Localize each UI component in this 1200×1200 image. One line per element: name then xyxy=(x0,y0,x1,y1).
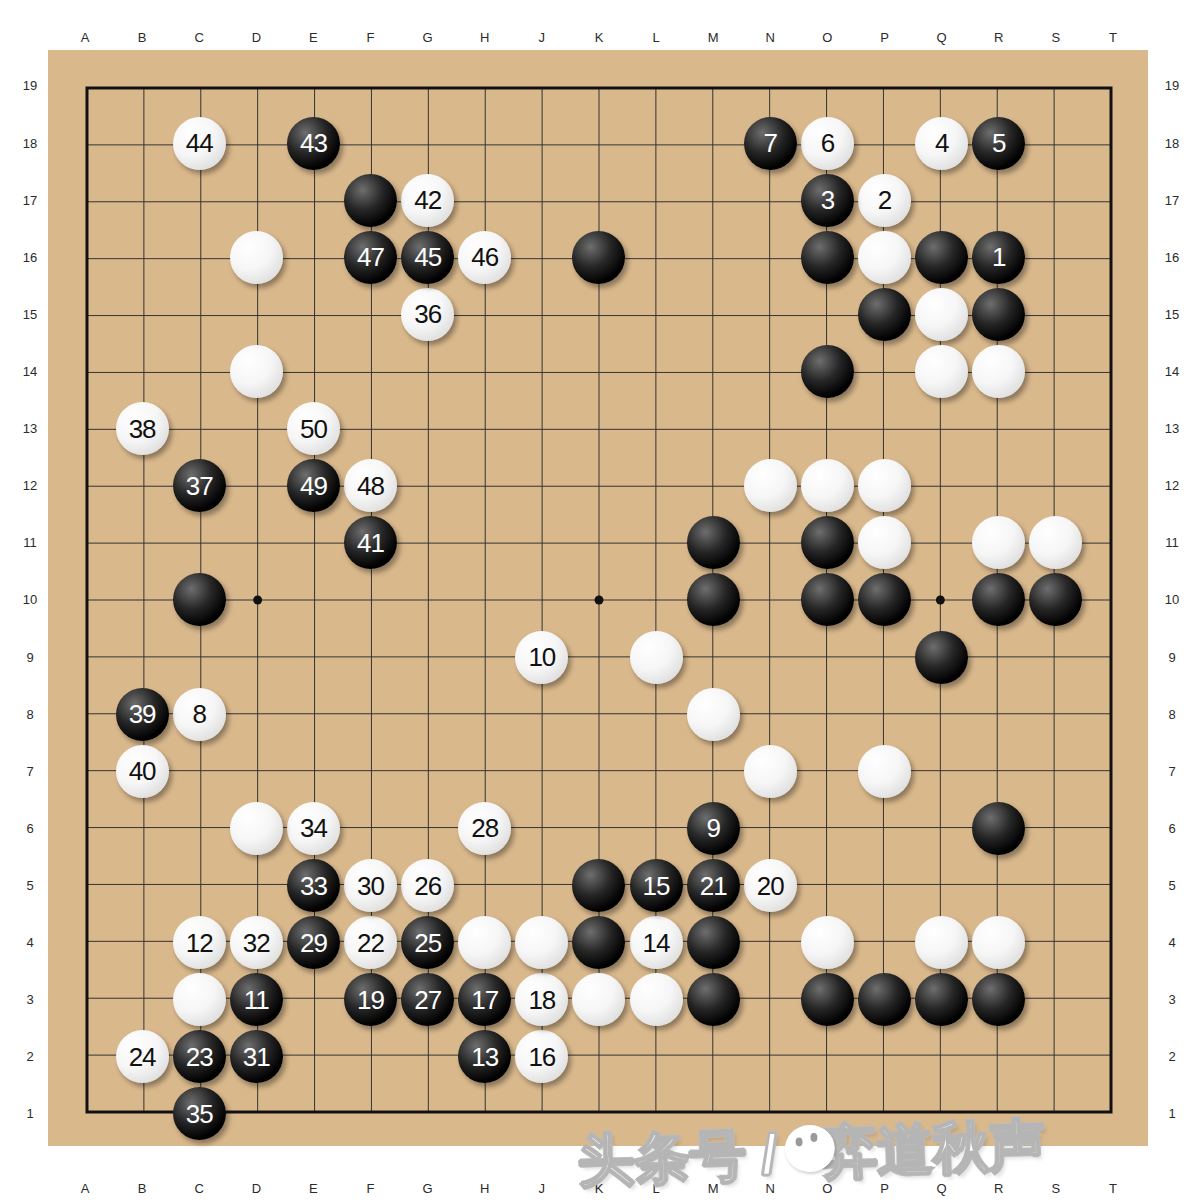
col-label-bottom-H: H xyxy=(456,1175,513,1200)
stone-R16-move-1: 1 xyxy=(972,231,1025,284)
row-label-right-4: 4 xyxy=(1150,914,1194,971)
stone-Q4 xyxy=(915,916,968,969)
stone-E5-move-33: 33 xyxy=(287,859,340,912)
row-label-left-13: 13 xyxy=(8,400,52,457)
col-label-top-G: G xyxy=(399,24,456,52)
stone-B8-move-39: 39 xyxy=(116,688,169,741)
stone-M8 xyxy=(687,688,740,741)
col-label-top-A: A xyxy=(56,24,113,52)
col-label-top-T: T xyxy=(1084,24,1141,52)
stone-M3 xyxy=(687,973,740,1026)
stone-H4 xyxy=(458,916,511,969)
row-label-left-1: 1 xyxy=(8,1085,52,1142)
stone-M11 xyxy=(687,516,740,569)
row-label-left-18: 18 xyxy=(8,115,52,172)
stones-layer: 1234567891011121314151617181920212223242… xyxy=(56,57,1141,1142)
stone-M4 xyxy=(687,916,740,969)
row-label-left-8: 8 xyxy=(8,686,52,743)
col-label-top-P: P xyxy=(856,24,913,52)
row-label-left-3: 3 xyxy=(8,971,52,1028)
stone-G16-move-45: 45 xyxy=(401,231,454,284)
row-label-right-19: 19 xyxy=(1150,57,1194,114)
stone-B2-move-24: 24 xyxy=(116,1030,169,1083)
row-label-right-6: 6 xyxy=(1150,800,1194,857)
stone-O3 xyxy=(801,973,854,1026)
stone-N12 xyxy=(744,459,797,512)
col-label-bottom-C: C xyxy=(171,1175,228,1200)
stone-C4-move-12: 12 xyxy=(173,916,226,969)
col-label-top-J: J xyxy=(513,24,570,52)
stone-Q14 xyxy=(915,345,968,398)
col-label-top-H: H xyxy=(456,24,513,52)
stone-O4 xyxy=(801,916,854,969)
stone-H6-move-28: 28 xyxy=(458,802,511,855)
row-label-left-10: 10 xyxy=(8,571,52,628)
stone-F17 xyxy=(344,174,397,227)
stone-C8-move-8: 8 xyxy=(173,688,226,741)
col-label-top-N: N xyxy=(742,24,799,52)
row-label-left-12: 12 xyxy=(8,457,52,514)
stone-F4-move-22: 22 xyxy=(344,916,397,969)
stone-G15-move-36: 36 xyxy=(401,288,454,341)
stone-O12 xyxy=(801,459,854,512)
stone-G17-move-42: 42 xyxy=(401,174,454,227)
go-diagram-page: 1234567891011121314151617181920212223242… xyxy=(0,0,1200,1200)
col-label-top-B: B xyxy=(114,24,171,52)
stone-D16 xyxy=(230,231,283,284)
stone-L4-move-14: 14 xyxy=(630,916,683,969)
stone-J9-move-10: 10 xyxy=(515,631,568,684)
stone-Q3 xyxy=(915,973,968,1026)
col-label-top-M: M xyxy=(685,24,742,52)
row-label-left-7: 7 xyxy=(8,743,52,800)
col-label-top-E: E xyxy=(285,24,342,52)
stone-E6-move-34: 34 xyxy=(287,802,340,855)
stone-P16 xyxy=(858,231,911,284)
stone-L9 xyxy=(630,631,683,684)
stone-F3-move-19: 19 xyxy=(344,973,397,1026)
stone-H2-move-13: 13 xyxy=(458,1030,511,1083)
col-label-top-O: O xyxy=(799,24,856,52)
stone-Q18-move-4: 4 xyxy=(915,117,968,170)
stone-K16 xyxy=(572,231,625,284)
row-label-left-5: 5 xyxy=(8,857,52,914)
watermark-text-right: 弈道秋声 xyxy=(820,1108,1047,1192)
stone-P15 xyxy=(858,288,911,341)
stone-H16-move-46: 46 xyxy=(458,231,511,284)
stone-C2-move-23: 23 xyxy=(173,1030,226,1083)
stone-B7-move-40: 40 xyxy=(116,745,169,798)
stone-O11 xyxy=(801,516,854,569)
stone-E4-move-29: 29 xyxy=(287,916,340,969)
stone-O18-move-6: 6 xyxy=(801,117,854,170)
stone-R14 xyxy=(972,345,1025,398)
stone-J4 xyxy=(515,916,568,969)
stone-E18-move-43: 43 xyxy=(287,117,340,170)
row-label-left-14: 14 xyxy=(8,343,52,400)
stone-F11-move-41: 41 xyxy=(344,516,397,569)
row-label-right-16: 16 xyxy=(1150,229,1194,286)
stone-Q9 xyxy=(915,631,968,684)
stone-G5-move-26: 26 xyxy=(401,859,454,912)
stone-E12-move-49: 49 xyxy=(287,459,340,512)
stone-D3-move-11: 11 xyxy=(230,973,283,1026)
row-label-left-9: 9 xyxy=(8,629,52,686)
col-label-top-R: R xyxy=(970,24,1027,52)
stone-D4-move-32: 32 xyxy=(230,916,283,969)
row-label-right-7: 7 xyxy=(1150,743,1194,800)
stone-M6-move-9: 9 xyxy=(687,802,740,855)
stone-R10 xyxy=(972,573,1025,626)
row-label-right-8: 8 xyxy=(1150,686,1194,743)
watermark: 头条号 / 弈道秋声 xyxy=(577,1108,1046,1200)
stone-O17-move-3: 3 xyxy=(801,174,854,227)
stone-J2-move-16: 16 xyxy=(515,1030,568,1083)
stone-S11 xyxy=(1029,516,1082,569)
stone-Q16 xyxy=(915,231,968,284)
stone-F16-move-47: 47 xyxy=(344,231,397,284)
col-label-bottom-B: B xyxy=(114,1175,171,1200)
row-label-right-3: 3 xyxy=(1150,971,1194,1028)
col-label-bottom-F: F xyxy=(342,1175,399,1200)
stone-F12-move-48: 48 xyxy=(344,459,397,512)
stone-O14 xyxy=(801,345,854,398)
stone-R6 xyxy=(972,802,1025,855)
col-label-bottom-T: T xyxy=(1084,1175,1141,1200)
stone-C1-move-35: 35 xyxy=(173,1087,226,1140)
col-label-bottom-D: D xyxy=(228,1175,285,1200)
stone-D2-move-31: 31 xyxy=(230,1030,283,1083)
stone-O10 xyxy=(801,573,854,626)
stone-R11 xyxy=(972,516,1025,569)
col-label-top-K: K xyxy=(570,24,627,52)
coordinate-numbers-left: 19181716151413121110987654321 xyxy=(8,57,52,1142)
stone-O16 xyxy=(801,231,854,284)
stone-D6 xyxy=(230,802,283,855)
row-label-right-18: 18 xyxy=(1150,115,1194,172)
stone-M10 xyxy=(687,573,740,626)
row-label-right-12: 12 xyxy=(1150,457,1194,514)
stone-G3-move-27: 27 xyxy=(401,973,454,1026)
col-label-bottom-E: E xyxy=(285,1175,342,1200)
row-label-right-2: 2 xyxy=(1150,1028,1194,1085)
row-label-right-14: 14 xyxy=(1150,343,1194,400)
row-label-right-5: 5 xyxy=(1150,857,1194,914)
stone-H3-move-17: 17 xyxy=(458,973,511,1026)
stone-P11 xyxy=(858,516,911,569)
stone-R4 xyxy=(972,916,1025,969)
stone-P12 xyxy=(858,459,911,512)
row-label-left-17: 17 xyxy=(8,172,52,229)
row-label-left-19: 19 xyxy=(8,57,52,114)
stone-B13-move-38: 38 xyxy=(116,402,169,455)
stone-R18-move-5: 5 xyxy=(972,117,1025,170)
stone-L3 xyxy=(630,973,683,1026)
col-label-bottom-J: J xyxy=(513,1175,570,1200)
stone-G4-move-25: 25 xyxy=(401,916,454,969)
stone-D14 xyxy=(230,345,283,398)
stone-P17-move-2: 2 xyxy=(858,174,911,227)
stone-C10 xyxy=(173,573,226,626)
stone-C3 xyxy=(173,973,226,1026)
col-label-top-F: F xyxy=(342,24,399,52)
stone-K3 xyxy=(572,973,625,1026)
row-label-right-17: 17 xyxy=(1150,172,1194,229)
stone-Q15 xyxy=(915,288,968,341)
col-label-top-C: C xyxy=(171,24,228,52)
watermark-text-left: 头条号 / xyxy=(577,1117,779,1200)
stone-F5-move-30: 30 xyxy=(344,859,397,912)
stone-N18-move-7: 7 xyxy=(744,117,797,170)
row-label-left-11: 11 xyxy=(8,514,52,571)
row-label-left-15: 15 xyxy=(8,286,52,343)
row-label-right-9: 9 xyxy=(1150,629,1194,686)
stone-R15 xyxy=(972,288,1025,341)
stone-C12-move-37: 37 xyxy=(173,459,226,512)
col-label-bottom-G: G xyxy=(399,1175,456,1200)
coordinate-numbers-right: 19181716151413121110987654321 xyxy=(1150,57,1194,1142)
stone-P7 xyxy=(858,745,911,798)
stone-L5-move-15: 15 xyxy=(630,859,683,912)
coordinate-letters-top: ABCDEFGHJKLMNOPQRST xyxy=(56,24,1141,52)
stone-J3-move-18: 18 xyxy=(515,973,568,1026)
stone-P3 xyxy=(858,973,911,1026)
stone-C18-move-44: 44 xyxy=(173,117,226,170)
stone-S10 xyxy=(1029,573,1082,626)
row-label-left-2: 2 xyxy=(8,1028,52,1085)
col-label-bottom-A: A xyxy=(56,1175,113,1200)
stone-N7 xyxy=(744,745,797,798)
col-label-top-L: L xyxy=(628,24,685,52)
col-label-top-D: D xyxy=(228,24,285,52)
stone-E13-move-50: 50 xyxy=(287,402,340,455)
stone-K5 xyxy=(572,859,625,912)
row-label-right-15: 15 xyxy=(1150,286,1194,343)
row-label-left-4: 4 xyxy=(8,914,52,971)
col-label-top-S: S xyxy=(1027,24,1084,52)
row-label-right-1: 1 xyxy=(1150,1085,1194,1142)
row-label-right-13: 13 xyxy=(1150,400,1194,457)
row-label-left-16: 16 xyxy=(8,229,52,286)
stone-M5-move-21: 21 xyxy=(687,859,740,912)
stone-R3 xyxy=(972,973,1025,1026)
stone-N5-move-20: 20 xyxy=(744,859,797,912)
row-label-right-10: 10 xyxy=(1150,571,1194,628)
row-label-right-11: 11 xyxy=(1150,514,1194,571)
col-label-top-Q: Q xyxy=(913,24,970,52)
stone-K4 xyxy=(572,916,625,969)
row-label-left-6: 6 xyxy=(8,800,52,857)
stone-P10 xyxy=(858,573,911,626)
